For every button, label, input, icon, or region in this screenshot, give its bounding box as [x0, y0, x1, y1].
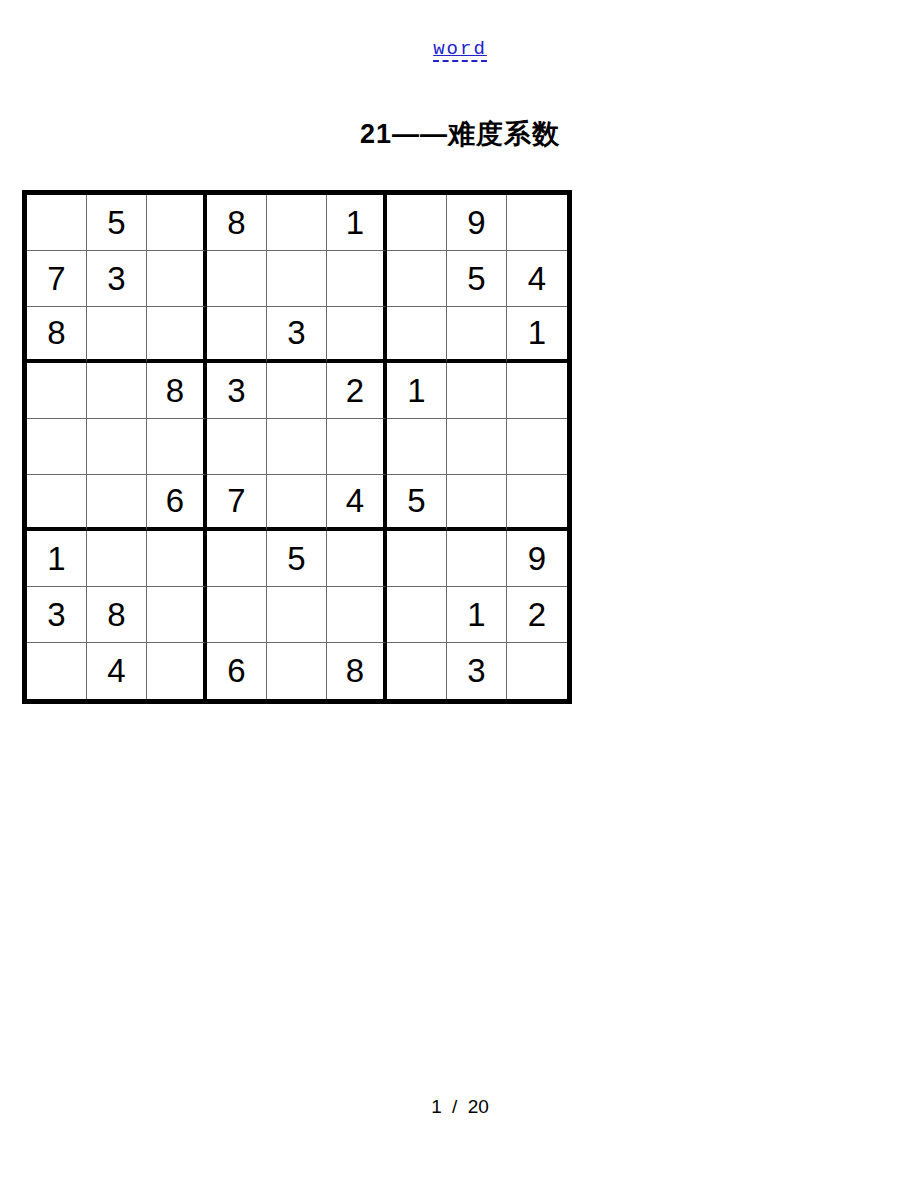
sudoku-cell-r5c5: [267, 419, 327, 475]
sudoku-cell-r1c4: 8: [207, 195, 267, 251]
sudoku-cell-r7c7: [387, 531, 447, 587]
sudoku-cell-r3c2: [87, 307, 147, 363]
sudoku-cell-r3c6: [327, 307, 387, 363]
sudoku-cell-r3c7: [387, 307, 447, 363]
sudoku-cell-r2c1: 7: [27, 251, 87, 307]
sudoku-cell-r2c3: [147, 251, 207, 307]
sudoku-cell-r8c9: 2: [507, 587, 567, 643]
sudoku-cell-r4c6: 2: [327, 363, 387, 419]
sudoku-cell-r6c7: 5: [387, 475, 447, 531]
sudoku-cell-r9c7: [387, 643, 447, 699]
sudoku-cell-r6c6: 4: [327, 475, 387, 531]
sudoku-cell-r4c4: 3: [207, 363, 267, 419]
sudoku-cell-r1c9: [507, 195, 567, 251]
sudoku-cell-r6c5: [267, 475, 327, 531]
sudoku-cell-r3c9: 1: [507, 307, 567, 363]
page-number: 1 / 20: [0, 1096, 920, 1118]
sudoku-cell-r5c2: [87, 419, 147, 475]
sudoku-cell-r2c8: 5: [447, 251, 507, 307]
document-page: word 21——难度系数 58197354831832167451593812…: [0, 0, 920, 1191]
sudoku-cell-r7c9: 9: [507, 531, 567, 587]
sudoku-cell-r9c9: [507, 643, 567, 699]
sudoku-cell-r5c7: [387, 419, 447, 475]
sudoku-cell-r3c8: [447, 307, 507, 363]
sudoku-cell-r9c1: [27, 643, 87, 699]
sudoku-cell-r5c4: [207, 419, 267, 475]
sudoku-cell-r8c7: [387, 587, 447, 643]
sudoku-cell-r8c4: [207, 587, 267, 643]
sudoku-cell-r2c7: [387, 251, 447, 307]
sudoku-cell-r8c3: [147, 587, 207, 643]
sudoku-cell-r9c2: 4: [87, 643, 147, 699]
sudoku-cell-r1c8: 9: [447, 195, 507, 251]
sudoku-cell-r5c9: [507, 419, 567, 475]
sudoku-cell-r8c6: [327, 587, 387, 643]
sudoku-cell-r9c3: [147, 643, 207, 699]
sudoku-cell-r4c5: [267, 363, 327, 419]
sudoku-cell-r5c3: [147, 419, 207, 475]
sudoku-cell-r1c6: 1: [327, 195, 387, 251]
current-page: 1: [431, 1096, 442, 1118]
sudoku-cell-r9c5: [267, 643, 327, 699]
sudoku-cell-r4c7: 1: [387, 363, 447, 419]
sudoku-cell-r4c9: [507, 363, 567, 419]
sudoku-cell-r6c4: 7: [207, 475, 267, 531]
sudoku-cell-r9c8: 3: [447, 643, 507, 699]
sudoku-cell-r6c9: [507, 475, 567, 531]
sudoku-cell-r2c9: 4: [507, 251, 567, 307]
sudoku-cell-r6c1: [27, 475, 87, 531]
sudoku-cell-r7c1: 1: [27, 531, 87, 587]
sudoku-cell-r5c6: [327, 419, 387, 475]
sudoku-cell-r8c2: 8: [87, 587, 147, 643]
sudoku-cell-r3c4: [207, 307, 267, 363]
word-link[interactable]: word: [433, 38, 487, 62]
page-separator: /: [452, 1096, 457, 1118]
sudoku-cell-r6c2: [87, 475, 147, 531]
sudoku-cell-r7c8: [447, 531, 507, 587]
sudoku-cell-r7c6: [327, 531, 387, 587]
sudoku-cell-r6c8: [447, 475, 507, 531]
sudoku-cell-r7c5: 5: [267, 531, 327, 587]
sudoku-cell-r5c1: [27, 419, 87, 475]
sudoku-cell-r2c2: 3: [87, 251, 147, 307]
sudoku-cell-r1c1: [27, 195, 87, 251]
puzzle-title: 21——难度系数: [0, 116, 920, 152]
sudoku-cell-r1c5: [267, 195, 327, 251]
sudoku-cell-r1c7: [387, 195, 447, 251]
sudoku-cell-r6c3: 6: [147, 475, 207, 531]
sudoku-cell-r8c8: 1: [447, 587, 507, 643]
total-pages: 20: [468, 1096, 489, 1118]
sudoku-cell-r2c4: [207, 251, 267, 307]
sudoku-cell-r7c2: [87, 531, 147, 587]
sudoku-cell-r4c1: [27, 363, 87, 419]
sudoku-cell-r1c2: 5: [87, 195, 147, 251]
sudoku-cell-r3c3: [147, 307, 207, 363]
sudoku-cell-r2c6: [327, 251, 387, 307]
sudoku-board: 581973548318321674515938124683: [22, 190, 572, 704]
sudoku-cell-r8c1: 3: [27, 587, 87, 643]
sudoku-cell-r9c6: 8: [327, 643, 387, 699]
sudoku-cell-r8c5: [267, 587, 327, 643]
sudoku-cell-r7c3: [147, 531, 207, 587]
sudoku-cell-r9c4: 6: [207, 643, 267, 699]
sudoku-cell-r2c5: [267, 251, 327, 307]
page-header: word: [0, 38, 920, 62]
sudoku-cell-r3c1: 8: [27, 307, 87, 363]
sudoku-cell-r4c3: 8: [147, 363, 207, 419]
sudoku-cell-r3c5: 3: [267, 307, 327, 363]
sudoku-cell-r4c2: [87, 363, 147, 419]
sudoku-cell-r4c8: [447, 363, 507, 419]
sudoku-cell-r5c8: [447, 419, 507, 475]
sudoku-cell-r1c3: [147, 195, 207, 251]
sudoku-cell-r7c4: [207, 531, 267, 587]
